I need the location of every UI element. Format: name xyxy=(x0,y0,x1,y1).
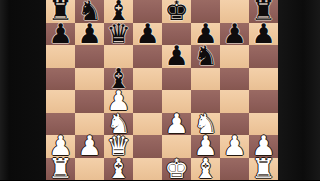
square-e3[interactable]: ♟ xyxy=(162,113,191,136)
square-b5[interactable] xyxy=(75,68,104,91)
square-d6[interactable] xyxy=(133,45,162,68)
piece-black-rook: ♜ xyxy=(48,0,72,24)
square-a5[interactable] xyxy=(46,68,75,91)
square-e5[interactable] xyxy=(162,68,191,91)
square-h5[interactable] xyxy=(249,68,278,91)
piece-white-pawn: ♟ xyxy=(106,87,130,114)
square-a8[interactable]: ♜ xyxy=(46,0,75,23)
square-b1[interactable] xyxy=(75,158,104,181)
square-g6[interactable] xyxy=(220,45,249,68)
square-d7[interactable]: ♟ xyxy=(133,23,162,46)
piece-white-pawn: ♟ xyxy=(222,132,246,159)
square-a2[interactable]: ♟ xyxy=(46,135,75,158)
square-d4[interactable] xyxy=(133,90,162,113)
letterbox-right xyxy=(278,0,320,180)
square-a6[interactable] xyxy=(46,45,75,68)
square-g7[interactable]: ♟ xyxy=(220,23,249,46)
piece-white-knight: ♞ xyxy=(106,109,130,136)
square-b6[interactable] xyxy=(75,45,104,68)
square-f7[interactable]: ♟ xyxy=(191,23,220,46)
square-b7[interactable]: ♟ xyxy=(75,23,104,46)
piece-white-pawn: ♟ xyxy=(77,132,101,159)
piece-white-bishop: ♝ xyxy=(193,154,217,180)
square-f3[interactable]: ♞ xyxy=(191,113,220,136)
letterbox-left xyxy=(0,0,46,180)
piece-black-rook: ♜ xyxy=(251,0,275,24)
chess-board: ♜♞♝♚♜♟♟♛♟♟♟♟♟♞♝♟♞♟♞♟♟♛♟♟♟♜♝♚♝♜ xyxy=(46,0,278,180)
square-c2[interactable]: ♛ xyxy=(104,135,133,158)
square-h8[interactable]: ♜ xyxy=(249,0,278,23)
square-a7[interactable]: ♟ xyxy=(46,23,75,46)
square-a3[interactable] xyxy=(46,113,75,136)
piece-white-pawn: ♟ xyxy=(48,132,72,159)
square-g4[interactable] xyxy=(220,90,249,113)
piece-white-knight: ♞ xyxy=(193,109,217,136)
piece-black-king: ♚ xyxy=(164,0,188,24)
square-g5[interactable] xyxy=(220,68,249,91)
square-e4[interactable] xyxy=(162,90,191,113)
square-c6[interactable] xyxy=(104,45,133,68)
piece-white-pawn: ♟ xyxy=(251,132,275,159)
square-f1[interactable]: ♝ xyxy=(191,158,220,181)
piece-black-bishop: ♝ xyxy=(106,0,130,24)
piece-black-pawn: ♟ xyxy=(251,19,275,46)
piece-black-queen: ♛ xyxy=(106,19,130,46)
piece-black-knight: ♞ xyxy=(193,42,217,69)
square-a1[interactable]: ♜ xyxy=(46,158,75,181)
piece-black-pawn: ♟ xyxy=(77,19,101,46)
piece-white-pawn: ♟ xyxy=(164,109,188,136)
piece-black-pawn: ♟ xyxy=(48,19,72,46)
square-d3[interactable] xyxy=(133,113,162,136)
square-f4[interactable] xyxy=(191,90,220,113)
square-e8[interactable]: ♚ xyxy=(162,0,191,23)
video-frame: ♜♞♝♚♜♟♟♛♟♟♟♟♟♞♝♟♞♟♞♟♟♛♟♟♟♜♝♚♝♜ xyxy=(0,0,320,180)
square-a4[interactable] xyxy=(46,90,75,113)
square-c4[interactable]: ♟ xyxy=(104,90,133,113)
square-h3[interactable] xyxy=(249,113,278,136)
square-f8[interactable] xyxy=(191,0,220,23)
square-h7[interactable]: ♟ xyxy=(249,23,278,46)
square-b2[interactable]: ♟ xyxy=(75,135,104,158)
square-g2[interactable]: ♟ xyxy=(220,135,249,158)
piece-black-knight: ♞ xyxy=(77,0,101,24)
square-c1[interactable]: ♝ xyxy=(104,158,133,181)
square-g8[interactable] xyxy=(220,0,249,23)
piece-black-pawn: ♟ xyxy=(222,19,246,46)
piece-black-pawn: ♟ xyxy=(164,42,188,69)
square-g1[interactable] xyxy=(220,158,249,181)
square-f5[interactable] xyxy=(191,68,220,91)
square-h6[interactable] xyxy=(249,45,278,68)
square-b3[interactable] xyxy=(75,113,104,136)
square-d1[interactable] xyxy=(133,158,162,181)
square-b4[interactable] xyxy=(75,90,104,113)
square-c3[interactable]: ♞ xyxy=(104,113,133,136)
square-d8[interactable] xyxy=(133,0,162,23)
piece-black-pawn: ♟ xyxy=(193,19,217,46)
piece-black-bishop: ♝ xyxy=(106,64,130,91)
piece-white-rook: ♜ xyxy=(48,154,72,180)
piece-white-bishop: ♝ xyxy=(106,154,130,180)
square-d5[interactable] xyxy=(133,68,162,91)
piece-white-rook: ♜ xyxy=(251,154,275,180)
square-c5[interactable]: ♝ xyxy=(104,68,133,91)
piece-white-pawn: ♟ xyxy=(193,132,217,159)
square-h2[interactable]: ♟ xyxy=(249,135,278,158)
square-g3[interactable] xyxy=(220,113,249,136)
square-b8[interactable]: ♞ xyxy=(75,0,104,23)
square-f2[interactable]: ♟ xyxy=(191,135,220,158)
square-c8[interactable]: ♝ xyxy=(104,0,133,23)
piece-white-queen: ♛ xyxy=(106,132,130,159)
square-e6[interactable]: ♟ xyxy=(162,45,191,68)
square-h1[interactable]: ♜ xyxy=(249,158,278,181)
square-c7[interactable]: ♛ xyxy=(104,23,133,46)
piece-white-king: ♚ xyxy=(164,154,188,180)
square-e7[interactable] xyxy=(162,23,191,46)
square-e1[interactable]: ♚ xyxy=(162,158,191,181)
piece-black-pawn: ♟ xyxy=(135,19,159,46)
square-e2[interactable] xyxy=(162,135,191,158)
square-h4[interactable] xyxy=(249,90,278,113)
square-f6[interactable]: ♞ xyxy=(191,45,220,68)
square-d2[interactable] xyxy=(133,135,162,158)
